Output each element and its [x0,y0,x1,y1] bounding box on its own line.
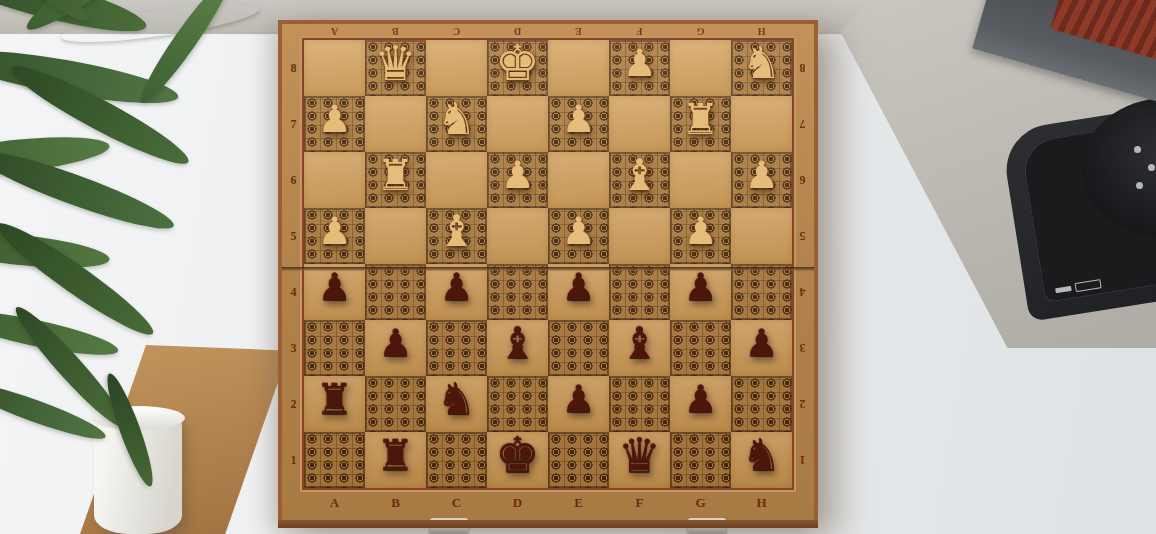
white-pawn-e7[interactable]: ♟ [561,100,595,138]
black-pawn-e2[interactable]: ♟ [561,380,595,418]
rank-label-1-left: 1 [284,432,303,488]
file-label-h-bottom: H [731,491,792,515]
square-h5[interactable] [731,208,792,264]
rank-label-4-left: 4 [284,264,303,320]
square-d5[interactable] [487,208,548,264]
black-king-d1[interactable]: ♚ [495,430,540,480]
device-button-icon[interactable] [1148,164,1155,171]
file-label-g-bottom: G [670,491,731,515]
square-b3[interactable]: ♟ [365,320,426,376]
square-h3[interactable]: ♟ [731,320,792,376]
chess-board-box: ABCDEFGH 87654321 87654321 ♛♚♟♞♟♞♟♜♜♟♝♟♟… [278,20,818,524]
rank-label-8-right: 8 [793,40,812,96]
square-g3[interactable] [670,320,731,376]
square-d1[interactable]: ♚ [487,432,548,488]
black-queen-f1[interactable]: ♛ [618,431,661,479]
black-pawn-g4[interactable]: ♟ [683,268,717,306]
square-d4[interactable] [487,264,548,320]
square-g4[interactable]: ♟ [670,264,731,320]
square-d6[interactable]: ♟ [487,152,548,208]
square-e8[interactable] [548,40,609,96]
square-f6[interactable]: ♝ [609,152,670,208]
square-h2[interactable] [731,376,792,432]
rank-label-4-right: 4 [793,264,812,320]
white-bishop-f6[interactable]: ♝ [620,153,659,197]
square-b5[interactable] [365,208,426,264]
square-f7[interactable] [609,96,670,152]
square-c5[interactable]: ♝ [426,208,487,264]
square-b2[interactable] [365,376,426,432]
square-a3[interactable] [304,320,365,376]
black-knight-h1[interactable]: ♞ [742,433,781,477]
square-c1[interactable] [426,432,487,488]
white-knight-h8[interactable]: ♞ [742,41,781,85]
board-fold-seam [282,267,814,271]
black-pawn-h3[interactable]: ♟ [744,324,778,362]
black-bishop-f3[interactable]: ♝ [620,321,659,365]
black-pawn-b3[interactable]: ♟ [378,324,412,362]
file-label-d-bottom: D [487,491,548,515]
square-g5[interactable]: ♟ [670,208,731,264]
square-a7[interactable]: ♟ [304,96,365,152]
white-pawn-f8[interactable]: ♟ [622,44,656,82]
square-b7[interactable] [365,96,426,152]
black-pawn-a4[interactable]: ♟ [317,268,351,306]
rank-label-6-left: 6 [284,152,303,208]
rank-label-6-right: 6 [793,152,812,208]
white-rook-b6[interactable]: ♜ [376,154,415,197]
square-b1[interactable]: ♜ [365,432,426,488]
square-b4[interactable] [365,264,426,320]
square-b6[interactable]: ♜ [365,152,426,208]
file-label-e-bottom: E [548,491,609,515]
square-g8[interactable] [670,40,731,96]
square-h6[interactable]: ♟ [731,152,792,208]
black-pawn-c4[interactable]: ♟ [439,268,473,306]
white-pawn-e5[interactable]: ♟ [561,212,595,250]
square-b8[interactable]: ♛ [365,40,426,96]
hinge-left [430,518,468,534]
rank-label-2-right: 2 [793,376,812,432]
square-f5[interactable] [609,208,670,264]
square-g7[interactable]: ♜ [670,96,731,152]
rank-label-5-left: 5 [284,208,303,264]
white-knight-c7[interactable]: ♞ [437,97,476,141]
square-g6[interactable] [670,152,731,208]
files-bottom: ABCDEFGH [304,491,792,515]
black-rook-b1[interactable]: ♜ [376,434,415,477]
rank-label-8-left: 8 [284,40,303,96]
black-bishop-d3[interactable]: ♝ [498,321,537,365]
square-d2[interactable] [487,376,548,432]
square-a2[interactable]: ♜ [304,376,365,432]
white-pawn-a7[interactable]: ♟ [317,100,351,138]
device-button-icon[interactable] [1136,182,1143,189]
square-d3[interactable]: ♝ [487,320,548,376]
square-f1[interactable]: ♛ [609,432,670,488]
file-label-a-top: A [304,25,365,39]
square-c2[interactable]: ♞ [426,376,487,432]
white-king-d8[interactable]: ♚ [495,38,540,88]
square-c7[interactable]: ♞ [426,96,487,152]
black-knight-c2[interactable]: ♞ [437,377,476,421]
file-label-c-bottom: C [426,491,487,515]
file-label-a-bottom: A [304,491,365,515]
plant-pot [94,416,182,534]
square-h7[interactable] [731,96,792,152]
white-bishop-c5[interactable]: ♝ [437,209,476,253]
ranks-right: 87654321 [793,40,812,488]
black-pawn-g2[interactable]: ♟ [683,380,717,418]
square-d7[interactable] [487,96,548,152]
square-g2[interactable]: ♟ [670,376,731,432]
file-label-f-top: F [609,25,670,39]
white-pawn-g5[interactable]: ♟ [683,212,717,250]
white-pawn-a5[interactable]: ♟ [317,212,351,250]
square-a8[interactable] [304,40,365,96]
rank-label-1-right: 1 [793,432,812,488]
square-g1[interactable] [670,432,731,488]
square-e3[interactable] [548,320,609,376]
square-a4[interactable]: ♟ [304,264,365,320]
white-pawn-h6[interactable]: ♟ [744,156,778,194]
square-c3[interactable] [426,320,487,376]
square-e4[interactable]: ♟ [548,264,609,320]
rank-label-3-right: 3 [793,320,812,376]
square-f8[interactable]: ♟ [609,40,670,96]
square-a6[interactable] [304,152,365,208]
square-e7[interactable]: ♟ [548,96,609,152]
rank-label-7-right: 7 [793,96,812,152]
square-e1[interactable] [548,432,609,488]
file-label-e-top: E [548,25,609,39]
square-d8[interactable]: ♚ [487,40,548,96]
file-label-f-bottom: F [609,491,670,515]
black-pawn-e4[interactable]: ♟ [561,268,595,306]
square-a1[interactable] [304,432,365,488]
ranks-left: 87654321 [284,40,303,488]
rank-label-5-right: 5 [793,208,812,264]
file-label-g-top: G [670,25,731,39]
plant-pot-rim [91,406,185,430]
square-a5[interactable]: ♟ [304,208,365,264]
scene: ABCDEFGH 87654321 87654321 ♛♚♟♞♟♞♟♜♜♟♝♟♟… [0,0,1156,534]
white-queen-b8[interactable]: ♛ [374,39,417,87]
device-button-icon[interactable] [1134,146,1141,153]
square-h1[interactable]: ♞ [731,432,792,488]
square-h4[interactable] [731,264,792,320]
square-e5[interactable]: ♟ [548,208,609,264]
square-c4[interactable]: ♟ [426,264,487,320]
square-f2[interactable] [609,376,670,432]
square-e2[interactable]: ♟ [548,376,609,432]
file-label-c-top: C [426,25,487,39]
file-label-b-bottom: B [365,491,426,515]
square-f4[interactable] [609,264,670,320]
square-e6[interactable] [548,152,609,208]
square-c6[interactable] [426,152,487,208]
square-c8[interactable] [426,40,487,96]
white-rook-g7[interactable]: ♜ [681,98,720,141]
rank-label-3-left: 3 [284,320,303,376]
rank-label-2-left: 2 [284,376,303,432]
black-rook-a2[interactable]: ♜ [315,378,354,421]
play-area: ♛♚♟♞♟♞♟♜♜♟♝♟♟♝♟♟♟♟♟♟♟♝♝♟♜♞♟♟♜♚♛♞ [304,40,792,488]
white-pawn-d6[interactable]: ♟ [500,156,534,194]
square-h8[interactable]: ♞ [731,40,792,96]
rank-label-7-left: 7 [284,96,303,152]
square-f3[interactable]: ♝ [609,320,670,376]
hinge-right [688,518,726,534]
